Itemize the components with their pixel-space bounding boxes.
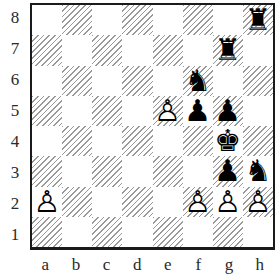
square-f8[interactable] (183, 5, 213, 35)
rank-label-3: 3 (0, 157, 30, 188)
rank-labels: 87654321 (0, 3, 30, 250)
square-b2[interactable] (62, 187, 92, 217)
file-label-a: a (30, 251, 61, 279)
square-c4[interactable] (92, 126, 122, 156)
square-b7[interactable] (62, 35, 92, 65)
square-f6[interactable]: ♞♞ (183, 66, 213, 96)
black-knight-icon: ♞ (244, 156, 271, 186)
black-pawn-icon: ♟ (214, 156, 241, 186)
white-pawn-icon: ♙ (154, 96, 181, 126)
piece-black-knight[interactable]: ♞♞ (243, 156, 273, 186)
square-a8[interactable] (32, 5, 62, 35)
square-b3[interactable] (62, 156, 92, 186)
file-label-b: b (61, 251, 92, 279)
piece-white-pawn[interactable]: ♟♙ (213, 187, 243, 217)
square-h7[interactable] (243, 35, 273, 65)
square-d1[interactable] (122, 217, 152, 247)
rank-label-1: 1 (0, 219, 30, 250)
square-d5[interactable] (122, 96, 152, 126)
square-a2[interactable]: ♟♙ (32, 187, 62, 217)
file-label-c: c (91, 251, 122, 279)
square-f1[interactable] (183, 217, 213, 247)
square-g6[interactable] (213, 66, 243, 96)
square-c8[interactable] (92, 5, 122, 35)
square-a7[interactable] (32, 35, 62, 65)
square-a6[interactable] (32, 66, 62, 96)
piece-black-pawn[interactable]: ♟♟ (213, 96, 243, 126)
black-king-icon: ♚ (214, 126, 241, 156)
square-d3[interactable] (122, 156, 152, 186)
square-b8[interactable] (62, 5, 92, 35)
white-pawn-icon: ♙ (184, 187, 211, 217)
piece-black-pawn[interactable]: ♟♟ (213, 156, 243, 186)
square-d7[interactable] (122, 35, 152, 65)
square-f3[interactable] (183, 156, 213, 186)
square-h1[interactable] (243, 217, 273, 247)
square-d6[interactable] (122, 66, 152, 96)
rank-label-7: 7 (0, 34, 30, 65)
square-e7[interactable] (153, 35, 183, 65)
square-f4[interactable] (183, 126, 213, 156)
piece-white-pawn[interactable]: ♟♙ (32, 187, 62, 217)
square-d4[interactable] (122, 126, 152, 156)
file-label-f: f (183, 251, 214, 279)
white-pawn-icon: ♙ (214, 187, 241, 217)
square-e4[interactable] (153, 126, 183, 156)
square-h6[interactable] (243, 66, 273, 96)
file-label-e: e (153, 251, 184, 279)
square-f5[interactable]: ♟♟ (183, 96, 213, 126)
piece-black-king[interactable]: ♚♚ (213, 126, 243, 156)
square-e5[interactable]: ♟♙ (153, 96, 183, 126)
piece-white-pawn[interactable]: ♟♙ (153, 96, 183, 126)
piece-black-rook[interactable]: ♜♜ (213, 35, 243, 65)
square-c3[interactable] (92, 156, 122, 186)
chess-diagram: 87654321 ♜♜♜♜♞♞♟♙♟♟♟♟♚♚♟♟♞♞♟♙♟♙♟♙♟♙ abcd… (0, 0, 279, 279)
square-g7[interactable]: ♜♜ (213, 35, 243, 65)
square-f2[interactable]: ♟♙ (183, 187, 213, 217)
chess-board: ♜♜♜♜♞♞♟♙♟♟♟♟♚♚♟♟♞♞♟♙♟♙♟♙♟♙ (30, 3, 275, 250)
rank-label-4: 4 (0, 127, 30, 158)
black-rook-icon: ♜ (214, 35, 241, 65)
rank-label-6: 6 (0, 65, 30, 96)
square-g5[interactable]: ♟♟ (213, 96, 243, 126)
square-a1[interactable] (32, 217, 62, 247)
square-d2[interactable] (122, 187, 152, 217)
square-g4[interactable]: ♚♚ (213, 126, 243, 156)
square-c1[interactable] (92, 217, 122, 247)
square-a4[interactable] (32, 126, 62, 156)
square-d8[interactable] (122, 5, 152, 35)
black-rook-icon: ♜ (244, 5, 271, 35)
black-pawn-icon: ♟ (184, 96, 211, 126)
square-e3[interactable] (153, 156, 183, 186)
square-h3[interactable]: ♞♞ (243, 156, 273, 186)
square-g8[interactable] (213, 5, 243, 35)
square-f7[interactable] (183, 35, 213, 65)
square-e2[interactable] (153, 187, 183, 217)
white-pawn-icon: ♙ (244, 187, 271, 217)
square-c6[interactable] (92, 66, 122, 96)
square-e6[interactable] (153, 66, 183, 96)
black-pawn-icon: ♟ (214, 96, 241, 126)
square-c7[interactable] (92, 35, 122, 65)
square-g1[interactable] (213, 217, 243, 247)
file-label-h: h (244, 251, 275, 279)
square-h5[interactable] (243, 96, 273, 126)
square-c5[interactable] (92, 96, 122, 126)
file-label-g: g (214, 251, 245, 279)
square-a5[interactable] (32, 96, 62, 126)
rank-label-5: 5 (0, 96, 30, 127)
file-labels: abcdefgh (30, 251, 275, 279)
white-pawn-icon: ♙ (34, 187, 61, 217)
square-h2[interactable]: ♟♙ (243, 187, 273, 217)
square-b4[interactable] (62, 126, 92, 156)
square-a3[interactable] (32, 156, 62, 186)
piece-black-rook[interactable]: ♜♜ (243, 5, 273, 35)
piece-white-pawn[interactable]: ♟♙ (183, 187, 213, 217)
square-b5[interactable] (62, 96, 92, 126)
black-knight-icon: ♞ (184, 66, 211, 96)
piece-black-pawn[interactable]: ♟♟ (183, 96, 213, 126)
square-h8[interactable]: ♜♜ (243, 5, 273, 35)
piece-black-knight[interactable]: ♞♞ (183, 66, 213, 96)
square-e1[interactable] (153, 217, 183, 247)
square-h4[interactable] (243, 126, 273, 156)
square-b1[interactable] (62, 217, 92, 247)
square-g3[interactable]: ♟♟ (213, 156, 243, 186)
file-label-d: d (122, 251, 153, 279)
square-g2[interactable]: ♟♙ (213, 187, 243, 217)
rank-label-8: 8 (0, 3, 30, 34)
square-e8[interactable] (153, 5, 183, 35)
piece-white-pawn[interactable]: ♟♙ (243, 187, 273, 217)
rank-label-2: 2 (0, 188, 30, 219)
square-c2[interactable] (92, 187, 122, 217)
square-b6[interactable] (62, 66, 92, 96)
